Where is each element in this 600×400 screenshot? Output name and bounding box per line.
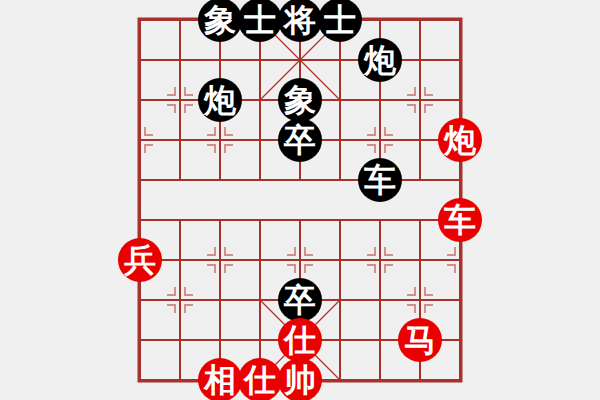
red-elephant-piece[interactable]: 相 xyxy=(198,358,242,400)
red-soldier-piece[interactable]: 兵 xyxy=(118,238,162,282)
black-advisor-piece[interactable]: 士 xyxy=(238,0,282,42)
black-cannon-piece[interactable]: 炮 xyxy=(358,38,402,82)
red-general-piece[interactable]: 帅 xyxy=(278,358,322,400)
black-general-piece[interactable]: 将 xyxy=(278,0,322,42)
black-chariot-piece[interactable]: 车 xyxy=(358,158,402,202)
red-horse-piece[interactable]: 马 xyxy=(398,318,442,362)
black-cannon-piece[interactable]: 炮 xyxy=(198,78,242,122)
black-advisor-piece[interactable]: 士 xyxy=(318,0,362,42)
red-advisor-piece[interactable]: 仕 xyxy=(238,358,282,400)
red-chariot-piece[interactable]: 车 xyxy=(438,198,482,242)
black-elephant-piece[interactable]: 象 xyxy=(198,0,242,42)
xiangqi-board: 象士将士炮炮象卒炮车车兵卒仕马相仕帅 xyxy=(0,0,600,400)
red-cannon-piece[interactable]: 炮 xyxy=(438,118,482,162)
black-soldier-piece[interactable]: 卒 xyxy=(278,118,322,162)
red-advisor-piece[interactable]: 仕 xyxy=(278,318,322,362)
pieces-layer: 象士将士炮炮象卒炮车车兵卒仕马相仕帅 xyxy=(120,0,480,400)
black-elephant-piece[interactable]: 象 xyxy=(278,78,322,122)
black-soldier-piece[interactable]: 卒 xyxy=(278,278,322,322)
